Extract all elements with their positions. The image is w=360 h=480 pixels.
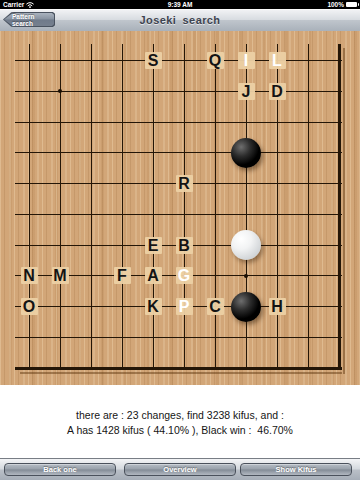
move-label-J[interactable]: J [238, 83, 255, 100]
grid-line-v [184, 44, 185, 370]
stats-line-1: there are : 23 changes, find 3238 kifus,… [0, 408, 360, 423]
star-point [244, 274, 248, 278]
move-label-B[interactable]: B [176, 237, 193, 254]
move-label-N[interactable]: N [21, 267, 38, 284]
grid-line-h [15, 337, 342, 338]
grid-line-h [15, 152, 342, 153]
clock: 9:39 AM [0, 0, 360, 9]
board-edge-bottom [15, 367, 342, 370]
move-label-P[interactable]: P [176, 298, 193, 315]
status-bar: Carrier 9:39 AM 100% [0, 0, 360, 9]
overview-button[interactable]: Overview [124, 463, 236, 476]
battery-icon [346, 2, 357, 7]
black-stone[interactable] [231, 138, 261, 168]
grid-line-h [15, 214, 342, 215]
move-label-M[interactable]: M [52, 267, 69, 284]
page-title: Joseki search [140, 14, 221, 26]
white-stone[interactable] [231, 230, 261, 260]
star-point [58, 89, 62, 93]
board-shadow-bottom [20, 372, 342, 374]
grid-line-v [91, 44, 92, 370]
grid-line-v [153, 44, 154, 370]
board-edge-right [338, 44, 341, 370]
show-kifus-button[interactable]: Show Kifus [240, 463, 352, 476]
move-label-O[interactable]: O [21, 298, 38, 315]
move-label-D[interactable]: D [269, 83, 286, 100]
move-label-H[interactable]: H [269, 298, 286, 315]
back-button-label: Pattern search [12, 12, 53, 27]
black-stone[interactable] [231, 292, 261, 322]
grid-line-v [215, 44, 216, 370]
grid-line-h [15, 91, 342, 92]
battery-percent: 100% [327, 0, 344, 9]
board-shadow-right [343, 48, 345, 374]
pattern-search-back-button[interactable]: Pattern search [3, 12, 55, 27]
move-label-E[interactable]: E [145, 237, 162, 254]
bottom-toolbar: Back one Overview Show Kifus [0, 458, 360, 480]
move-label-L[interactable]: L [269, 52, 286, 69]
move-label-K[interactable]: K [145, 298, 162, 315]
move-label-G[interactable]: G [176, 267, 193, 284]
move-label-F[interactable]: F [114, 267, 131, 284]
move-label-S[interactable]: S [145, 52, 162, 69]
move-label-R[interactable]: R [176, 175, 193, 192]
go-board[interactable]: ABCDEFGHIJKLMNOPQRS [0, 31, 360, 385]
grid-line-h [15, 60, 342, 61]
search-stats: there are : 23 changes, find 3238 kifus,… [0, 408, 360, 438]
grid-line-v [29, 44, 30, 370]
back-one-button[interactable]: Back one [4, 463, 116, 476]
grid-line-v [308, 44, 309, 370]
stats-line-2: A has 1428 kifus ( 44.10% ), Black win :… [0, 423, 360, 438]
app-screen: Carrier 9:39 AM 100% Pattern search Jose… [0, 0, 360, 480]
move-label-Q[interactable]: Q [207, 52, 224, 69]
move-label-C[interactable]: C [207, 298, 224, 315]
move-label-A[interactable]: A [145, 267, 162, 284]
nav-bar: Pattern search Joseki search [0, 9, 360, 32]
grid-line-h [15, 122, 342, 123]
move-label-I[interactable]: I [238, 52, 255, 69]
grid-line-v [122, 44, 123, 370]
